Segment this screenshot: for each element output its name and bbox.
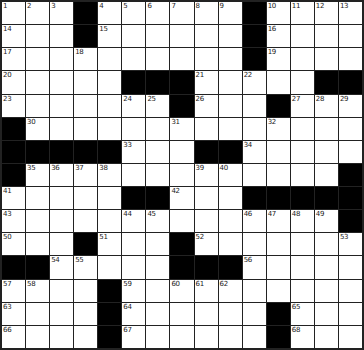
clue-number: 18 <box>75 48 83 57</box>
cell-r2c15[interactable] <box>339 25 362 47</box>
cell-r3c4[interactable]: 18 <box>74 48 97 70</box>
clue-number: 44 <box>123 210 131 219</box>
cell-r1c3[interactable]: 3 <box>50 2 73 24</box>
cell-r5c3[interactable] <box>50 95 73 117</box>
cell-r1c10[interactable]: 9 <box>219 2 242 24</box>
cell-r12c9 <box>195 256 218 278</box>
cell-r6c12[interactable]: 32 <box>267 118 290 140</box>
cell-r15c10[interactable] <box>219 326 242 348</box>
cell-r2c2[interactable] <box>26 25 49 47</box>
cell-r9c9[interactable] <box>195 187 218 209</box>
cell-r7c13[interactable] <box>291 141 314 163</box>
cell-r10c9[interactable] <box>195 210 218 232</box>
clue-number: 61 <box>196 280 204 289</box>
cell-r11c1[interactable]: 50 <box>2 233 25 255</box>
cell-r8c2[interactable]: 35 <box>26 164 49 186</box>
cell-r3c14[interactable] <box>315 48 338 70</box>
clue-number: 56 <box>244 256 252 265</box>
clue-number: 11 <box>292 2 300 11</box>
cell-r11c8 <box>170 233 193 255</box>
cell-r2c9[interactable] <box>195 25 218 47</box>
cell-r1c13[interactable]: 11 <box>291 2 314 24</box>
clue-number: 4 <box>99 2 103 11</box>
cell-r13c1[interactable]: 57 <box>2 280 25 302</box>
clue-number: 64 <box>123 303 131 312</box>
clue-number: 49 <box>316 210 324 219</box>
cell-r3c13[interactable] <box>291 48 314 70</box>
cell-r7c7[interactable] <box>146 141 169 163</box>
clue-number: 33 <box>123 141 131 150</box>
clue-number: 59 <box>123 280 131 289</box>
cell-r6c1 <box>2 118 25 140</box>
cell-r6c3[interactable] <box>50 118 73 140</box>
cell-r2c1[interactable]: 14 <box>2 25 25 47</box>
cell-r9c2[interactable] <box>26 187 49 209</box>
cell-r4c14 <box>315 71 338 93</box>
cell-r5c7[interactable]: 25 <box>146 95 169 117</box>
clue-number: 1 <box>3 2 7 11</box>
clue-number: 41 <box>3 187 11 196</box>
cell-r12c11[interactable]: 56 <box>243 256 266 278</box>
cell-r12c10 <box>219 256 242 278</box>
cell-r7c10 <box>219 141 242 163</box>
cell-r3c1[interactable]: 17 <box>2 48 25 70</box>
cell-r8c6[interactable] <box>122 164 145 186</box>
cell-r1c6[interactable]: 5 <box>122 2 145 24</box>
cell-r9c4[interactable] <box>74 187 97 209</box>
cell-r5c8 <box>170 95 193 117</box>
cell-r8c3[interactable]: 36 <box>50 164 73 186</box>
cell-r12c2 <box>26 256 49 278</box>
clue-number: 24 <box>123 95 131 104</box>
cell-r10c6[interactable]: 44 <box>122 210 145 232</box>
clue-number: 48 <box>292 210 300 219</box>
clue-number: 52 <box>196 233 204 242</box>
cell-r8c11[interactable] <box>243 164 266 186</box>
cell-r13c9[interactable]: 61 <box>195 280 218 302</box>
cell-r10c3[interactable] <box>50 210 73 232</box>
cell-r6c4[interactable] <box>74 118 97 140</box>
cell-r6c11[interactable] <box>243 118 266 140</box>
clue-number: 31 <box>171 118 179 127</box>
clue-number: 46 <box>244 210 252 219</box>
clue-number: 12 <box>316 2 324 11</box>
clue-number: 62 <box>220 280 228 289</box>
cell-r15c5 <box>98 326 121 348</box>
cell-r13c14[interactable] <box>315 280 338 302</box>
cell-r14c10[interactable] <box>219 303 242 325</box>
cell-r9c13 <box>291 187 314 209</box>
cell-r6c10[interactable] <box>219 118 242 140</box>
cell-r3c6[interactable] <box>122 48 145 70</box>
cell-r1c4 <box>74 2 97 24</box>
cell-r6c14[interactable] <box>315 118 338 140</box>
cell-r7c8[interactable] <box>170 141 193 163</box>
cell-r14c9[interactable] <box>195 303 218 325</box>
clue-number: 23 <box>3 95 11 104</box>
cell-r2c8[interactable] <box>170 25 193 47</box>
clue-number: 53 <box>340 233 348 242</box>
cell-r7c1 <box>2 141 25 163</box>
cell-r1c15[interactable]: 13 <box>339 2 362 24</box>
cell-r10c11[interactable]: 46 <box>243 210 266 232</box>
cell-r7c6[interactable]: 33 <box>122 141 145 163</box>
cell-r9c10[interactable] <box>219 187 242 209</box>
cell-r1c1[interactable]: 1 <box>2 2 25 24</box>
cell-r15c2[interactable] <box>26 326 49 348</box>
cell-r12c12[interactable] <box>267 256 290 278</box>
cell-r6c8[interactable]: 31 <box>170 118 193 140</box>
cell-r12c5[interactable] <box>98 256 121 278</box>
cell-r11c2[interactable] <box>26 233 49 255</box>
cell-r4c4[interactable] <box>74 71 97 93</box>
cell-r7c2 <box>26 141 49 163</box>
cell-r4c13[interactable] <box>291 71 314 93</box>
cell-r10c13[interactable]: 48 <box>291 210 314 232</box>
cell-r11c5[interactable]: 51 <box>98 233 121 255</box>
cell-r15c7[interactable] <box>146 326 169 348</box>
cell-r8c9[interactable]: 39 <box>195 164 218 186</box>
clue-number: 34 <box>244 141 252 150</box>
clue-number: 20 <box>3 71 11 80</box>
clue-number: 54 <box>51 256 59 265</box>
cell-r13c13[interactable] <box>291 280 314 302</box>
cell-r2c13[interactable] <box>291 25 314 47</box>
cell-r1c5[interactable]: 4 <box>98 2 121 24</box>
cell-r6c7[interactable] <box>146 118 169 140</box>
clue-number: 50 <box>3 233 11 242</box>
cell-r6c13[interactable] <box>291 118 314 140</box>
cell-r10c7[interactable]: 45 <box>146 210 169 232</box>
cell-r2c6[interactable] <box>122 25 145 47</box>
cell-r6c15[interactable] <box>339 118 362 140</box>
cell-r9c3[interactable] <box>50 187 73 209</box>
cell-r4c1[interactable]: 20 <box>2 71 25 93</box>
cell-r7c15[interactable] <box>339 141 362 163</box>
cell-r5c13[interactable]: 27 <box>291 95 314 117</box>
clue-number: 55 <box>75 256 83 265</box>
cell-r7c9 <box>195 141 218 163</box>
cell-r13c11[interactable] <box>243 280 266 302</box>
cell-r2c11 <box>243 25 266 47</box>
clue-number: 38 <box>99 164 107 173</box>
cell-r8c10[interactable]: 40 <box>219 164 242 186</box>
cell-r5c1[interactable]: 23 <box>2 95 25 117</box>
cell-r10c5[interactable] <box>98 210 121 232</box>
cell-r15c9[interactable] <box>195 326 218 348</box>
cell-r14c6[interactable]: 64 <box>122 303 145 325</box>
cell-r15c14[interactable] <box>315 326 338 348</box>
cell-r13c10[interactable]: 62 <box>219 280 242 302</box>
cell-r12c1 <box>2 256 25 278</box>
cell-r5c11[interactable] <box>243 95 266 117</box>
cell-r12c6[interactable] <box>122 256 145 278</box>
cell-r12c14[interactable] <box>315 256 338 278</box>
clue-number: 32 <box>268 118 276 127</box>
cell-r8c14[interactable] <box>315 164 338 186</box>
cell-r8c15 <box>339 164 362 186</box>
cell-r9c7 <box>146 187 169 209</box>
cell-r15c12 <box>267 326 290 348</box>
cell-r6c2[interactable]: 30 <box>26 118 49 140</box>
clue-number: 21 <box>196 71 204 80</box>
crossword-grid: 1234567891011121314151617181920212223242… <box>0 0 364 350</box>
cell-r14c13[interactable]: 65 <box>291 303 314 325</box>
cell-r14c15[interactable] <box>339 303 362 325</box>
cell-r1c7[interactable]: 6 <box>146 2 169 24</box>
clue-number: 29 <box>340 95 348 104</box>
cell-r2c12[interactable]: 16 <box>267 25 290 47</box>
clue-number: 45 <box>147 210 155 219</box>
cell-r1c14[interactable]: 12 <box>315 2 338 24</box>
cell-r14c8[interactable] <box>170 303 193 325</box>
cell-r8c4[interactable]: 37 <box>74 164 97 186</box>
cell-r13c15[interactable] <box>339 280 362 302</box>
cell-r6c5[interactable] <box>98 118 121 140</box>
cell-r9c8[interactable]: 42 <box>170 187 193 209</box>
cell-r13c3[interactable] <box>50 280 73 302</box>
cell-r11c11[interactable] <box>243 233 266 255</box>
cell-r1c8[interactable]: 7 <box>170 2 193 24</box>
cell-r3c5[interactable] <box>98 48 121 70</box>
cell-r5c6[interactable]: 24 <box>122 95 145 117</box>
cell-r9c5[interactable] <box>98 187 121 209</box>
cell-r12c3[interactable]: 54 <box>50 256 73 278</box>
cell-r9c11 <box>243 187 266 209</box>
clue-number: 8 <box>196 2 200 11</box>
cell-r15c1[interactable]: 66 <box>2 326 25 348</box>
clue-number: 42 <box>171 187 179 196</box>
cell-r11c14[interactable] <box>315 233 338 255</box>
clue-number: 9 <box>220 2 224 11</box>
cell-r12c8 <box>170 256 193 278</box>
cell-r3c2[interactable] <box>26 48 49 70</box>
cell-r10c10[interactable] <box>219 210 242 232</box>
cell-r11c6[interactable] <box>122 233 145 255</box>
cell-r10c8[interactable] <box>170 210 193 232</box>
clue-number: 35 <box>27 164 35 173</box>
cell-r13c12[interactable] <box>267 280 290 302</box>
cell-r11c13[interactable] <box>291 233 314 255</box>
cell-r13c8[interactable]: 60 <box>170 280 193 302</box>
cell-r3c12[interactable]: 19 <box>267 48 290 70</box>
cell-r4c7 <box>146 71 169 93</box>
cell-r4c8 <box>170 71 193 93</box>
cell-r10c2[interactable] <box>26 210 49 232</box>
cell-r8c7[interactable] <box>146 164 169 186</box>
cell-r8c13[interactable] <box>291 164 314 186</box>
clue-number: 47 <box>268 210 276 219</box>
cell-r10c1[interactable]: 43 <box>2 210 25 232</box>
cell-r5c10[interactable] <box>219 95 242 117</box>
cell-r8c5[interactable]: 38 <box>98 164 121 186</box>
cell-r3c10[interactable] <box>219 48 242 70</box>
cell-r15c15[interactable] <box>339 326 362 348</box>
cell-r14c14[interactable] <box>315 303 338 325</box>
cell-r14c3[interactable] <box>50 303 73 325</box>
cell-r3c11 <box>243 48 266 70</box>
cell-r3c8[interactable] <box>170 48 193 70</box>
clue-number: 17 <box>3 48 11 57</box>
cell-r12c13[interactable] <box>291 256 314 278</box>
cell-r7c5 <box>98 141 121 163</box>
clue-number: 57 <box>3 280 11 289</box>
cell-r6c6[interactable] <box>122 118 145 140</box>
cell-r5c14[interactable]: 28 <box>315 95 338 117</box>
cell-r11c10[interactable] <box>219 233 242 255</box>
clue-number: 14 <box>3 25 11 34</box>
clue-number: 15 <box>99 25 107 34</box>
cell-r11c15[interactable]: 53 <box>339 233 362 255</box>
cell-r5c4[interactable] <box>74 95 97 117</box>
clue-number: 43 <box>3 210 11 219</box>
cell-r1c11 <box>243 2 266 24</box>
cell-r4c6 <box>122 71 145 93</box>
cell-r14c12 <box>267 303 290 325</box>
cell-r3c3[interactable] <box>50 48 73 70</box>
cell-r4c15 <box>339 71 362 93</box>
cell-r12c15[interactable] <box>339 256 362 278</box>
cell-r9c6 <box>122 187 145 209</box>
cell-r4c2[interactable] <box>26 71 49 93</box>
cell-r2c4 <box>74 25 97 47</box>
cell-r4c12[interactable] <box>267 71 290 93</box>
cell-r8c1 <box>2 164 25 186</box>
cell-r14c1[interactable]: 63 <box>2 303 25 325</box>
cell-r2c14[interactable] <box>315 25 338 47</box>
cell-r15c3[interactable] <box>50 326 73 348</box>
cell-r15c11[interactable] <box>243 326 266 348</box>
cell-r15c4[interactable] <box>74 326 97 348</box>
cell-r14c5 <box>98 303 121 325</box>
clue-number: 30 <box>27 118 35 127</box>
clue-number: 5 <box>123 2 127 11</box>
clue-number: 60 <box>171 280 179 289</box>
cell-r5c2[interactable] <box>26 95 49 117</box>
clue-number: 25 <box>147 95 155 104</box>
cell-r9c14 <box>315 187 338 209</box>
cell-r3c7[interactable] <box>146 48 169 70</box>
clue-number: 27 <box>292 95 300 104</box>
cell-r9c15 <box>339 187 362 209</box>
cell-r6c9[interactable] <box>195 118 218 140</box>
cell-r7c12[interactable] <box>267 141 290 163</box>
cell-r12c7[interactable] <box>146 256 169 278</box>
cell-r13c6[interactable]: 59 <box>122 280 145 302</box>
clue-number: 36 <box>51 164 59 173</box>
cell-r14c4[interactable] <box>74 303 97 325</box>
clue-number: 16 <box>268 25 276 34</box>
cell-r4c10[interactable] <box>219 71 242 93</box>
cell-r14c11[interactable] <box>243 303 266 325</box>
cell-r7c11[interactable]: 34 <box>243 141 266 163</box>
clue-number: 10 <box>268 2 276 11</box>
cell-r5c5[interactable] <box>98 95 121 117</box>
cell-r14c7[interactable] <box>146 303 169 325</box>
cell-r1c2[interactable]: 2 <box>26 2 49 24</box>
cell-r10c4[interactable] <box>74 210 97 232</box>
cell-r3c15[interactable] <box>339 48 362 70</box>
cell-r11c7[interactable] <box>146 233 169 255</box>
cell-r1c9[interactable]: 8 <box>195 2 218 24</box>
cell-r15c8[interactable] <box>170 326 193 348</box>
cell-r10c12[interactable]: 47 <box>267 210 290 232</box>
cell-r15c13[interactable]: 68 <box>291 326 314 348</box>
clue-number: 67 <box>123 326 131 335</box>
cell-r11c12[interactable] <box>267 233 290 255</box>
cell-r2c7[interactable] <box>146 25 169 47</box>
cell-r9c12 <box>267 187 290 209</box>
clue-number: 39 <box>196 164 204 173</box>
clue-number: 37 <box>75 164 83 173</box>
cell-r2c3[interactable] <box>50 25 73 47</box>
cell-r13c5 <box>98 280 121 302</box>
clue-number: 65 <box>292 303 300 312</box>
cell-r13c2[interactable]: 58 <box>26 280 49 302</box>
cell-r5c12 <box>267 95 290 117</box>
clue-number: 19 <box>268 48 276 57</box>
cell-r5c15[interactable]: 29 <box>339 95 362 117</box>
cell-r13c4[interactable] <box>74 280 97 302</box>
clue-number: 2 <box>27 2 31 11</box>
clue-number: 58 <box>27 280 35 289</box>
clue-number: 63 <box>3 303 11 312</box>
cell-r8c8[interactable] <box>170 164 193 186</box>
cell-r10c14[interactable]: 49 <box>315 210 338 232</box>
cell-r15c6[interactable]: 67 <box>122 326 145 348</box>
clue-number: 28 <box>316 95 324 104</box>
cell-r11c3[interactable] <box>50 233 73 255</box>
clue-number: 7 <box>171 2 175 11</box>
cell-r12c4[interactable]: 55 <box>74 256 97 278</box>
clue-number: 68 <box>292 326 300 335</box>
cell-r11c9[interactable]: 52 <box>195 233 218 255</box>
cell-r10c15 <box>339 210 362 232</box>
cell-r4c11[interactable]: 22 <box>243 71 266 93</box>
cell-r7c14[interactable] <box>315 141 338 163</box>
cell-r14c2[interactable] <box>26 303 49 325</box>
clue-number: 26 <box>196 95 204 104</box>
clue-number: 13 <box>340 2 348 11</box>
cell-r4c5[interactable] <box>98 71 121 93</box>
cell-r8c12[interactable] <box>267 164 290 186</box>
cell-r11c4 <box>74 233 97 255</box>
cell-r5c9[interactable]: 26 <box>195 95 218 117</box>
clue-number: 66 <box>3 326 11 335</box>
clue-number: 6 <box>147 2 151 11</box>
clue-number: 51 <box>99 233 107 242</box>
cell-r2c10[interactable] <box>219 25 242 47</box>
cell-r2c5[interactable]: 15 <box>98 25 121 47</box>
cell-r4c9[interactable]: 21 <box>195 71 218 93</box>
cell-r1c12[interactable]: 10 <box>267 2 290 24</box>
cell-r7c3 <box>50 141 73 163</box>
cell-r4c3[interactable] <box>50 71 73 93</box>
clue-number: 22 <box>244 71 252 80</box>
cell-r7c4 <box>74 141 97 163</box>
cell-r3c9[interactable] <box>195 48 218 70</box>
cell-r9c1[interactable]: 41 <box>2 187 25 209</box>
cell-r13c7[interactable] <box>146 280 169 302</box>
clue-number: 40 <box>220 164 228 173</box>
clue-number: 3 <box>51 2 55 11</box>
